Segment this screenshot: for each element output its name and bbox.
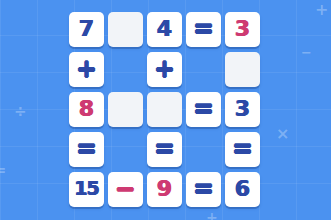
number-glyph: 7 [79,18,94,40]
cell-r3c1: 8 [69,92,104,127]
cell-r4c3: = [147,132,182,167]
bg-plus-icon: + [315,2,328,18]
bg-minus-icon: − [301,46,312,59]
operator-glyph: = [193,176,214,201]
cell-r3c5: 3 [225,92,260,127]
number-glyph: 9 [157,178,172,200]
empty-cell-r1c2[interactable] [108,12,143,47]
cell-r1c1: 7 [69,12,104,47]
cell-r5c3: 9 [147,172,182,207]
operator-glyph: = [193,16,214,41]
board-hole [186,132,221,167]
cell-r5c4: = [186,172,221,207]
cell-r5c1: 15 [69,172,104,207]
board-hole [108,132,143,167]
cell-r4c1: = [69,132,104,167]
empty-cell-r2c5[interactable] [225,52,260,87]
bg-multiply-icon: × [276,126,289,142]
operator-glyph: = [232,136,253,161]
operator-glyph: = [154,136,175,161]
cell-r5c5: 6 [225,172,260,207]
number-glyph: 4 [157,18,172,40]
board-hole [186,52,221,87]
empty-cell-r3c2[interactable] [108,92,143,127]
number-glyph: 8 [79,98,94,120]
cell-r5c2: − [108,172,143,207]
cell-r1c3: 4 [147,12,182,47]
operator-glyph: = [76,136,97,161]
cell-r4c5: = [225,132,260,167]
puzzle-board: 74=3++8=3===15−9=6 [69,12,260,207]
bg-plus-icon: + [206,210,218,220]
number-glyph: 15 [74,179,98,198]
bg-equals-icon: = [0,162,6,178]
number-glyph: 3 [235,18,250,40]
cell-r3c4: = [186,92,221,127]
game-screen: 74=3++8=3===15−9=6 +−×÷=+ [0,0,331,220]
operator-glyph: = [193,96,214,121]
operator-glyph: − [115,176,136,201]
operator-glyph: + [76,56,97,81]
cell-r1c5: 3 [225,12,260,47]
cell-r2c1: + [69,52,104,87]
board-hole [108,52,143,87]
cell-r1c4: = [186,12,221,47]
number-glyph: 6 [235,178,250,200]
bg-divide-icon: ÷ [14,105,27,120]
operator-glyph: + [154,56,175,81]
empty-cell-r3c3[interactable] [147,92,182,127]
cell-r2c3: + [147,52,182,87]
number-glyph: 3 [235,98,250,120]
